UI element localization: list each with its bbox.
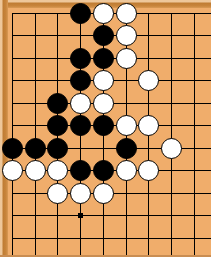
white-stone (116, 160, 137, 181)
white-stone (70, 183, 91, 204)
black-stone (70, 115, 91, 136)
white-stone (116, 3, 137, 24)
black-stone (47, 138, 68, 159)
white-stone (25, 160, 46, 181)
black-stone (116, 138, 137, 159)
white-stone (116, 48, 137, 69)
black-stone (93, 25, 114, 46)
white-stone (161, 138, 182, 159)
white-stone (116, 25, 137, 46)
white-stone (47, 160, 68, 181)
black-stone (25, 138, 46, 159)
white-stone (93, 70, 114, 91)
go-diagram-screenshot (0, 0, 211, 257)
black-stone (70, 3, 91, 24)
black-stone (93, 115, 114, 136)
black-stone (47, 93, 68, 114)
white-stone (138, 70, 159, 91)
white-stone (47, 183, 68, 204)
white-stone (93, 93, 114, 114)
black-stone (2, 138, 23, 159)
black-stone (93, 160, 114, 181)
go-board (0, 0, 211, 257)
white-stone (2, 160, 23, 181)
stones-layer (1, 2, 206, 250)
white-stone (93, 3, 114, 24)
white-stone (138, 115, 159, 136)
black-stone (70, 48, 91, 69)
white-stone (138, 160, 159, 181)
white-stone (70, 93, 91, 114)
black-stone (93, 48, 114, 69)
black-stone (70, 70, 91, 91)
black-stone (47, 115, 68, 136)
white-stone (93, 183, 114, 204)
white-stone (116, 115, 137, 136)
black-stone (70, 160, 91, 181)
